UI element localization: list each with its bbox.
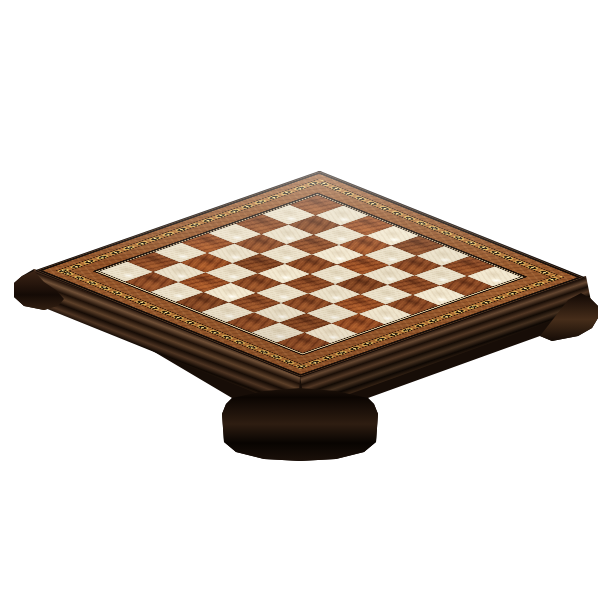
photo-stage (0, 0, 600, 600)
foot-front (222, 388, 378, 461)
